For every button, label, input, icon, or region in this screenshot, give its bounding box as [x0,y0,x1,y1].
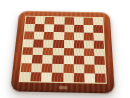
square-h3[interactable] [94,56,105,65]
square-f1[interactable] [73,73,84,82]
square-e5[interactable] [64,40,74,48]
board-grid [20,17,106,83]
square-a4[interactable] [22,47,33,55]
square-e3[interactable] [63,56,73,65]
square-f2[interactable] [74,64,85,73]
maker-logo-mark [58,86,67,89]
board-inlay-border [19,16,107,84]
square-g7[interactable] [83,25,93,33]
square-c2[interactable] [42,64,53,73]
square-f5[interactable] [74,40,84,48]
square-b6[interactable] [34,31,44,39]
square-c4[interactable] [43,47,54,55]
square-e4[interactable] [63,48,73,56]
square-e7[interactable] [64,24,74,32]
square-f7[interactable] [74,25,84,33]
square-c1[interactable] [41,73,52,82]
square-e2[interactable] [63,64,74,73]
square-f6[interactable] [74,32,84,40]
square-b7[interactable] [35,24,45,32]
square-b2[interactable] [31,64,42,73]
square-d7[interactable] [54,24,64,32]
square-d1[interactable] [52,73,63,82]
square-e1[interactable] [63,73,74,82]
square-g3[interactable] [84,56,95,65]
square-c3[interactable] [42,55,53,64]
square-b3[interactable] [32,55,43,64]
square-g1[interactable] [84,73,95,82]
square-b1[interactable] [31,72,42,81]
square-d6[interactable] [54,32,64,40]
square-c5[interactable] [43,39,53,47]
square-f4[interactable] [74,48,84,56]
square-g6[interactable] [84,32,94,40]
square-d3[interactable] [53,56,64,65]
square-c6[interactable] [44,32,54,40]
chess-board [10,11,115,94]
square-h1[interactable] [95,74,106,83]
square-a1[interactable] [20,72,31,81]
square-g4[interactable] [84,48,94,56]
square-g2[interactable] [84,65,95,74]
square-h4[interactable] [94,48,105,56]
square-d5[interactable] [53,40,63,48]
square-h2[interactable] [94,65,105,74]
square-d4[interactable] [53,47,63,55]
square-a5[interactable] [23,39,34,47]
square-d2[interactable] [52,64,63,73]
square-f3[interactable] [74,56,84,65]
square-a2[interactable] [21,63,32,72]
square-g5[interactable] [84,40,94,48]
square-b5[interactable] [33,39,44,47]
square-e6[interactable] [64,32,74,40]
product-photo-scene [0,0,130,98]
square-h5[interactable] [94,40,104,48]
square-b4[interactable] [33,47,44,55]
square-h6[interactable] [93,33,103,41]
square-a3[interactable] [22,55,33,64]
